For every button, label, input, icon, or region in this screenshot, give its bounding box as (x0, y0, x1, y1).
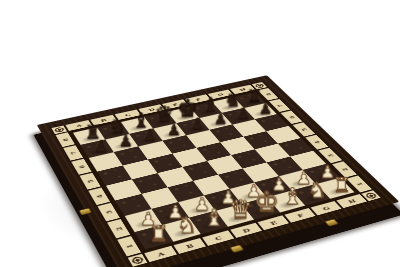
piece-black-pawn: ♟ (119, 133, 133, 149)
rank-label-text: 3 (326, 153, 335, 157)
piece-white-king: ♚ (254, 187, 279, 215)
piece-black-pawn: ♟ (94, 138, 108, 154)
piece-white-bishop: ♝ (204, 206, 225, 229)
rank-label-text: 2 (114, 225, 124, 230)
rank-label-text: 1 (124, 243, 134, 249)
rank-label-text: 8 (264, 92, 272, 95)
square-a4 (106, 179, 142, 200)
rank-label-text: 5 (85, 178, 94, 183)
scene: ABCDEFGH 87654321 ♜♞♝♛♚♝♞♜♟♟♟♟♟♟♟♟♟♟♟♟♟♟… (0, 0, 400, 267)
piece-black-pawn: ♟ (237, 106, 251, 121)
rank-label-text: 6 (77, 164, 86, 168)
rank-label-text: 4 (94, 193, 103, 198)
rank-label-text: 4 (312, 140, 321, 144)
piece-white-knight: ♞ (308, 180, 327, 201)
piece-black-pawn: ♟ (167, 122, 181, 138)
rank-label-text: 7 (275, 103, 283, 107)
rank-label-text: 3 (104, 209, 114, 214)
rank-label-text: 2 (340, 167, 349, 171)
piece-black-pawn: ♟ (143, 127, 157, 143)
rank-label-text: 5 (299, 127, 308, 131)
chess-board: ABCDEFGH 87654321 ♜♞♝♛♚♝♞♜♟♟♟♟♟♟♟♟♟♟♟♟♟♟… (37, 75, 399, 267)
piece-black-pawn: ♟ (259, 101, 272, 116)
product-photo-stage: ABCDEFGH 87654321 ♜♞♝♛♚♝♞♜♟♟♟♟♟♟♟♟♟♟♟♟♟♟… (0, 0, 400, 267)
piece-white-rook: ♜ (333, 174, 351, 194)
rank-label-text: 1 (354, 181, 364, 186)
piece-black-pawn: ♟ (191, 116, 205, 131)
rank-label-text: 8 (61, 137, 70, 141)
rank-label-text: 7 (69, 150, 78, 154)
piece-white-bishop: ♝ (282, 185, 302, 207)
piece-white-rook: ♜ (149, 223, 168, 245)
rank-label-text: 6 (287, 115, 296, 119)
piece-black-pawn: ♟ (214, 111, 228, 126)
piece-white-knight: ♞ (177, 214, 197, 236)
piece-white-queen: ♛ (229, 196, 252, 222)
